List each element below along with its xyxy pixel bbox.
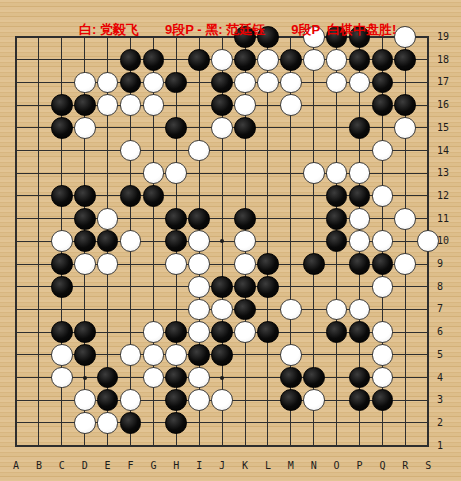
- white-stone-I8: [188, 276, 210, 298]
- black-stone-H4: [165, 367, 187, 389]
- black-stone-D16: [74, 94, 96, 116]
- black-stone-P12: [349, 185, 371, 207]
- black-stone-K7: [234, 299, 256, 321]
- black-stone-I11: [188, 208, 210, 230]
- row-label-7: 7: [437, 303, 459, 314]
- black-stone-R16: [394, 94, 416, 116]
- white-stone-M7: [280, 299, 302, 321]
- white-stone-O7: [326, 299, 348, 321]
- white-stone-O13: [326, 162, 348, 184]
- white-stone-Q4: [372, 367, 394, 389]
- white-stone-K6: [234, 321, 256, 343]
- white-stone-H5: [165, 344, 187, 366]
- black-stone-M3: [280, 389, 302, 411]
- row-label-12: 12: [437, 190, 459, 201]
- white-stone-H9: [165, 253, 187, 275]
- white-stone-Q14: [372, 140, 394, 162]
- black-stone-P3: [349, 389, 371, 411]
- col-label-K: K: [237, 460, 253, 471]
- white-stone-R11: [394, 208, 416, 230]
- white-stone-I9: [188, 253, 210, 275]
- col-label-Q: Q: [374, 460, 390, 471]
- black-stone-C15: [51, 117, 73, 139]
- white-stone-K9: [234, 253, 256, 275]
- black-stone-K11: [234, 208, 256, 230]
- black-stone-H17: [165, 72, 187, 94]
- black-stone-C6: [51, 321, 73, 343]
- white-stone-G16: [143, 94, 165, 116]
- white-stone-I7: [188, 299, 210, 321]
- white-stone-P17: [349, 72, 371, 94]
- white-stone-C10: [51, 230, 73, 252]
- black-stone-J5: [211, 344, 233, 366]
- black-stone-E10: [97, 230, 119, 252]
- white-stone-C4: [51, 367, 73, 389]
- white-stone-F16: [120, 94, 142, 116]
- row-label-17: 17: [437, 76, 459, 87]
- white-stone-M17: [280, 72, 302, 94]
- grid-line-horizontal: [15, 445, 429, 447]
- black-stone-F17: [120, 72, 142, 94]
- row-label-18: 18: [437, 54, 459, 65]
- white-stone-J7: [211, 299, 233, 321]
- black-stone-N4: [303, 367, 325, 389]
- result-text: 白: 党毅飞 9段P - 黑: 范廷钰 9段P 白棋中盘胜!: [79, 22, 396, 37]
- white-stone-J15: [211, 117, 233, 139]
- white-stone-Q10: [372, 230, 394, 252]
- black-stone-D11: [74, 208, 96, 230]
- hoshi-D4: [83, 376, 87, 380]
- black-stone-K8: [234, 276, 256, 298]
- white-stone-N3: [303, 389, 325, 411]
- white-stone-D3: [74, 389, 96, 411]
- black-stone-N9: [303, 253, 325, 275]
- white-stone-R9: [394, 253, 416, 275]
- row-label-9: 9: [437, 258, 459, 269]
- col-label-E: E: [100, 460, 116, 471]
- hoshi-J4: [220, 376, 224, 380]
- white-stone-F3: [120, 389, 142, 411]
- black-stone-L9: [257, 253, 279, 275]
- black-stone-O10: [326, 230, 348, 252]
- white-stone-C5: [51, 344, 73, 366]
- white-stone-I6: [188, 321, 210, 343]
- row-label-3: 3: [437, 394, 459, 405]
- black-stone-D12: [74, 185, 96, 207]
- black-stone-P4: [349, 367, 371, 389]
- black-stone-K15: [234, 117, 256, 139]
- black-stone-E4: [97, 367, 119, 389]
- black-stone-O11: [326, 208, 348, 230]
- black-stone-F2: [120, 412, 142, 434]
- black-stone-P15: [349, 117, 371, 139]
- black-stone-D5: [74, 344, 96, 366]
- black-stone-D10: [74, 230, 96, 252]
- col-label-I: I: [191, 460, 207, 471]
- white-stone-I3: [188, 389, 210, 411]
- black-stone-Q17: [372, 72, 394, 94]
- black-stone-Q3: [372, 389, 394, 411]
- white-stone-G13: [143, 162, 165, 184]
- col-label-N: N: [306, 460, 322, 471]
- black-stone-Q9: [372, 253, 394, 275]
- white-stone-R15: [394, 117, 416, 139]
- white-stone-G6: [143, 321, 165, 343]
- black-stone-L8: [257, 276, 279, 298]
- grid-line-vertical: [267, 36, 268, 447]
- black-stone-Q16: [372, 94, 394, 116]
- black-stone-H15: [165, 117, 187, 139]
- col-label-F: F: [123, 460, 139, 471]
- black-stone-O12: [326, 185, 348, 207]
- black-stone-H2: [165, 412, 187, 434]
- col-label-S: S: [420, 460, 436, 471]
- row-label-15: 15: [437, 122, 459, 133]
- row-label-5: 5: [437, 349, 459, 360]
- white-stone-Q12: [372, 185, 394, 207]
- black-stone-P6: [349, 321, 371, 343]
- white-stone-P11: [349, 208, 371, 230]
- white-stone-F5: [120, 344, 142, 366]
- col-label-L: L: [260, 460, 276, 471]
- white-stone-L17: [257, 72, 279, 94]
- white-stone-I4: [188, 367, 210, 389]
- white-stone-J3: [211, 389, 233, 411]
- col-label-G: G: [145, 460, 161, 471]
- black-stone-C16: [51, 94, 73, 116]
- white-stone-E9: [97, 253, 119, 275]
- white-stone-K17: [234, 72, 256, 94]
- white-stone-F14: [120, 140, 142, 162]
- white-stone-K16: [234, 94, 256, 116]
- black-stone-H10: [165, 230, 187, 252]
- go-game-viewer: 白: 党毅飞 9段P - 黑: 范廷钰 9段P 白棋中盘胜! ABCDEFGHI…: [0, 0, 461, 481]
- black-stone-O6: [326, 321, 348, 343]
- col-label-D: D: [77, 460, 93, 471]
- white-stone-I14: [188, 140, 210, 162]
- white-stone-D2: [74, 412, 96, 434]
- row-label-1: 1: [437, 440, 459, 451]
- white-stone-E16: [97, 94, 119, 116]
- col-label-P: P: [352, 460, 368, 471]
- white-stone-Q6: [372, 321, 394, 343]
- game-result-header: 白: 党毅飞 9段P - 黑: 范廷钰 9段P 白棋中盘胜!: [0, 6, 461, 54]
- black-stone-C9: [51, 253, 73, 275]
- black-stone-C12: [51, 185, 73, 207]
- white-stone-G17: [143, 72, 165, 94]
- row-label-13: 13: [437, 167, 459, 178]
- white-stone-D9: [74, 253, 96, 275]
- black-stone-L6: [257, 321, 279, 343]
- white-stone-P7: [349, 299, 371, 321]
- white-stone-E2: [97, 412, 119, 434]
- white-stone-S10: [417, 230, 439, 252]
- black-stone-I5: [188, 344, 210, 366]
- white-stone-H13: [165, 162, 187, 184]
- white-stone-P13: [349, 162, 371, 184]
- white-stone-M16: [280, 94, 302, 116]
- black-stone-E3: [97, 389, 119, 411]
- row-label-2: 2: [437, 417, 459, 428]
- row-label-10: 10: [437, 235, 459, 246]
- white-stone-E17: [97, 72, 119, 94]
- col-label-M: M: [283, 460, 299, 471]
- white-stone-D17: [74, 72, 96, 94]
- hoshi-J10: [220, 239, 224, 243]
- row-label-14: 14: [437, 145, 459, 156]
- col-label-H: H: [168, 460, 184, 471]
- white-stone-M5: [280, 344, 302, 366]
- black-stone-G12: [143, 185, 165, 207]
- row-label-4: 4: [437, 372, 459, 383]
- black-stone-P9: [349, 253, 371, 275]
- white-stone-Q8: [372, 276, 394, 298]
- row-label-6: 6: [437, 326, 459, 337]
- black-stone-H6: [165, 321, 187, 343]
- black-stone-J8: [211, 276, 233, 298]
- white-stone-G4: [143, 367, 165, 389]
- white-stone-K10: [234, 230, 256, 252]
- white-stone-D15: [74, 117, 96, 139]
- white-stone-F10: [120, 230, 142, 252]
- white-stone-G5: [143, 344, 165, 366]
- col-label-A: A: [8, 460, 24, 471]
- black-stone-C8: [51, 276, 73, 298]
- col-label-C: C: [54, 460, 70, 471]
- white-stone-E11: [97, 208, 119, 230]
- black-stone-H3: [165, 389, 187, 411]
- black-stone-D6: [74, 321, 96, 343]
- black-stone-J16: [211, 94, 233, 116]
- row-label-16: 16: [437, 99, 459, 110]
- col-label-B: B: [31, 460, 47, 471]
- black-stone-J6: [211, 321, 233, 343]
- row-label-11: 11: [437, 213, 459, 224]
- black-stone-J17: [211, 72, 233, 94]
- col-label-O: O: [329, 460, 345, 471]
- white-stone-N13: [303, 162, 325, 184]
- row-label-8: 8: [437, 281, 459, 292]
- white-stone-Q5: [372, 344, 394, 366]
- black-stone-M4: [280, 367, 302, 389]
- col-label-J: J: [214, 460, 230, 471]
- black-stone-F12: [120, 185, 142, 207]
- white-stone-O17: [326, 72, 348, 94]
- black-stone-H11: [165, 208, 187, 230]
- white-stone-P10: [349, 230, 371, 252]
- white-stone-I10: [188, 230, 210, 252]
- col-label-R: R: [397, 460, 413, 471]
